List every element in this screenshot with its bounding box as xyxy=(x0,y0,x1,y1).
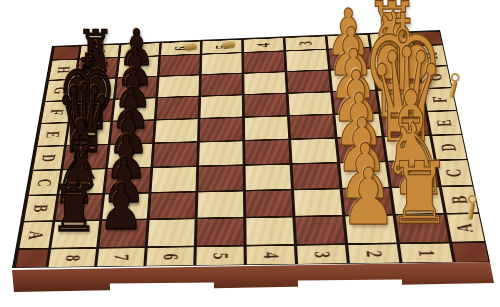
piece-white-rook[interactable]: ♜ xyxy=(387,152,451,238)
piece-black-pawn[interactable]: ♟ xyxy=(99,177,145,240)
pieces-layer: ♜♞♝♛♚♝♞♜♟♟♟♟♟♟♟♟♟♟♟♟♟♟♟♟♜♞♝♛♚♝♞♜ xyxy=(0,0,500,307)
piece-white-pawn[interactable]: ♟ xyxy=(340,159,396,237)
piece-black-rook[interactable]: ♜ xyxy=(50,177,98,241)
product-photo: 87654321HHGGFFEEDDCCBBAA87654321 ♜♞♝♛♚♝♞… xyxy=(0,0,500,307)
